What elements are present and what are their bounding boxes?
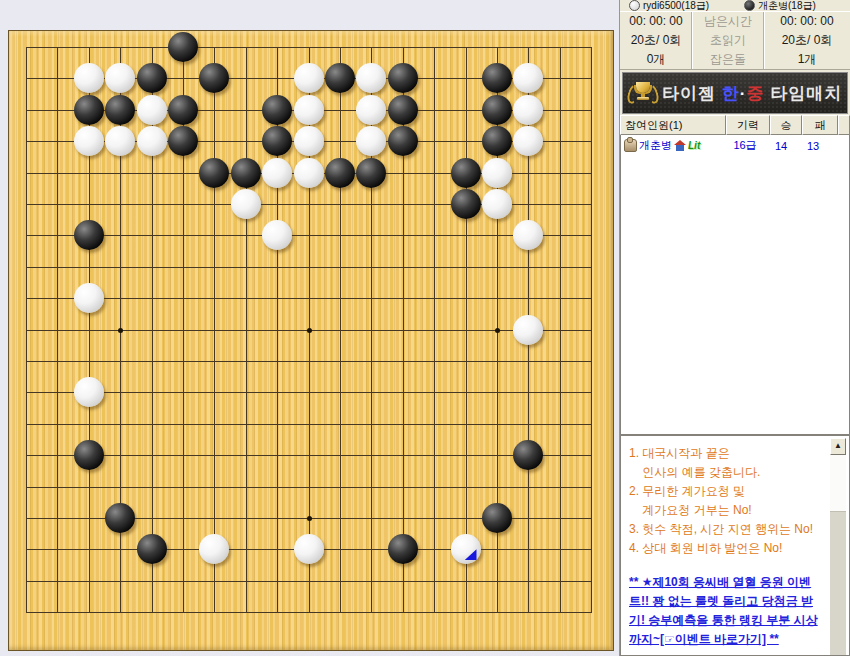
grid-line	[26, 612, 592, 613]
grid-line	[26, 424, 592, 425]
grid-line	[26, 581, 592, 582]
stone-white	[482, 189, 512, 219]
stone-black	[388, 63, 418, 93]
stone-black	[356, 158, 386, 188]
stone-white	[513, 220, 543, 250]
stone-white	[105, 63, 135, 93]
stone-white	[294, 63, 324, 93]
player-bar: rydi6500(18급) 개춘병(18급)	[620, 0, 850, 11]
stone-black	[513, 440, 543, 470]
stone-black	[168, 95, 198, 125]
stone-black	[451, 189, 481, 219]
grid-line	[466, 47, 467, 613]
event-link[interactable]: ** ★제10회 응씨배 열혈 응원 이벤트!! 꽝 없는 룰렛 돌리고 당첨금…	[629, 573, 823, 649]
black-remaining-time: 00: 00: 00	[764, 12, 850, 31]
stone-white	[74, 283, 104, 313]
stone-black	[231, 158, 261, 188]
stone-white	[294, 95, 324, 125]
participant-name: 개춘병	[639, 138, 672, 153]
star-point	[307, 328, 312, 333]
header-rank[interactable]: 기력	[726, 115, 770, 135]
white-player-seat[interactable]: rydi6500(18급)	[620, 0, 735, 11]
stone-white	[294, 126, 324, 156]
stone-black	[168, 32, 198, 62]
scroll-up-icon: ▲	[834, 441, 842, 450]
white-captures: 0개	[620, 50, 692, 69]
star-point	[495, 328, 500, 333]
participant-row[interactable]: 개춘병 Lit 16급 14 13	[621, 135, 849, 156]
stone-black	[482, 126, 512, 156]
banner-title-part: 한	[722, 84, 740, 103]
stone-black	[482, 63, 512, 93]
black-player-seat[interactable]: 개춘병(18급)	[735, 0, 850, 11]
banner-title-part: 타이젬	[662, 84, 722, 103]
stone-white	[356, 95, 386, 125]
header-wins[interactable]: 승	[770, 115, 802, 135]
stone-white	[105, 126, 135, 156]
stone-white	[513, 63, 543, 93]
stone-white	[513, 126, 543, 156]
stone-black	[325, 63, 355, 93]
stone-white	[262, 220, 292, 250]
participant-losses: 13	[796, 140, 830, 152]
grid-line	[26, 392, 592, 393]
black-stone-icon	[744, 0, 755, 11]
stone-white	[262, 158, 292, 188]
event-banner[interactable]: 타이젬 한·중 타임매치	[622, 72, 848, 114]
header-losses[interactable]: 패	[802, 115, 838, 135]
stone-black	[451, 158, 481, 188]
stone-black	[482, 95, 512, 125]
captures-label: 잡은돌	[693, 50, 763, 69]
stone-white	[74, 63, 104, 93]
stone-black	[137, 534, 167, 564]
notice-scrollbar[interactable]: ▲	[830, 438, 846, 655]
stone-black	[137, 63, 167, 93]
banner-title-part: 타임매치	[764, 84, 842, 103]
stone-black	[168, 126, 198, 156]
stone-black	[388, 534, 418, 564]
grid-line	[591, 47, 592, 613]
last-move-marker	[465, 549, 477, 560]
participant-wins: 14	[766, 140, 796, 152]
participant-rank: 16급	[724, 138, 766, 153]
stone-black	[105, 503, 135, 533]
stone-black	[199, 158, 229, 188]
scroll-up-button[interactable]: ▲	[830, 438, 846, 455]
white-player-name: rydi6500(18급)	[643, 0, 709, 11]
scroll-thumb[interactable]	[830, 455, 846, 512]
trophy-icon	[628, 78, 658, 108]
black-player-name: 개춘병(18급)	[758, 0, 816, 11]
stone-black	[388, 126, 418, 156]
stone-black	[74, 440, 104, 470]
stone-white	[74, 377, 104, 407]
roster-header: 참여인원(1) 기력 승 패	[620, 115, 850, 135]
stone-black	[388, 95, 418, 125]
lit-badge-icon: Lit	[688, 140, 700, 151]
timer-panel: 00: 00: 00 20초/ 0회 0개 남은시간 초읽기 잡은돌 00: 0…	[620, 11, 850, 70]
stone-black	[325, 158, 355, 188]
star-point	[118, 328, 123, 333]
grid-line	[26, 455, 592, 456]
board-pane	[0, 0, 620, 656]
stone-white	[451, 534, 481, 564]
app-window: rydi6500(18급) 개춘병(18급) 00: 00: 00 20초/ 0…	[0, 0, 850, 656]
stone-white	[482, 158, 512, 188]
stone-black	[262, 95, 292, 125]
grid-line	[560, 47, 561, 613]
header-filler	[838, 115, 850, 135]
stone-white	[231, 189, 261, 219]
white-stone-icon	[629, 0, 640, 11]
stone-black	[105, 95, 135, 125]
stone-white	[199, 534, 229, 564]
stone-white	[356, 63, 386, 93]
white-remaining-time: 00: 00: 00	[620, 12, 692, 31]
white-timer-column: 00: 00: 00 20초/ 0회 0개	[620, 12, 692, 69]
grid-line	[26, 487, 592, 488]
stone-black	[199, 63, 229, 93]
grid-line	[340, 47, 341, 613]
stone-white	[74, 126, 104, 156]
stone-black	[74, 95, 104, 125]
stone-black	[74, 220, 104, 250]
black-byoyomi: 20초/ 0회	[764, 31, 850, 50]
remaining-time-label: 남은시간	[693, 12, 763, 31]
room-rules-text: 1. 대국시작과 끝은 인사의 예를 갖춥니다. 2. 무리한 계가요청 및 계…	[621, 436, 849, 558]
house-icon	[674, 140, 686, 151]
stone-black	[482, 503, 512, 533]
go-board[interactable]	[8, 30, 614, 651]
header-participants[interactable]: 참여인원(1)	[620, 115, 726, 135]
black-captures: 1개	[764, 50, 850, 69]
banner-title: 타이젬 한·중 타임매치	[662, 82, 842, 105]
notice-panel: 1. 대국시작과 끝은 인사의 예를 갖춥니다. 2. 무리한 계가요청 및 계…	[620, 435, 850, 656]
stone-white	[137, 126, 167, 156]
grid-line	[26, 361, 592, 362]
stone-white	[356, 126, 386, 156]
stone-white	[294, 534, 324, 564]
thumbs-up-icon	[624, 139, 637, 152]
byoyomi-label: 초읽기	[693, 31, 763, 50]
participant-list[interactable]: 개춘병 Lit 16급 14 13	[620, 135, 850, 435]
white-byoyomi: 20초/ 0회	[620, 31, 692, 50]
banner-title-part: 중	[746, 84, 764, 103]
stone-white	[513, 95, 543, 125]
side-panel: rydi6500(18급) 개춘병(18급) 00: 00: 00 20초/ 0…	[620, 0, 850, 656]
stone-white	[137, 95, 167, 125]
star-point	[307, 516, 312, 521]
black-timer-column: 00: 00: 00 20초/ 0회 1개	[764, 12, 850, 69]
grid-line	[434, 47, 435, 613]
timer-labels-column: 남은시간 초읽기 잡은돌	[692, 12, 764, 69]
stone-white	[513, 315, 543, 345]
stone-white	[294, 158, 324, 188]
stone-black	[262, 126, 292, 156]
